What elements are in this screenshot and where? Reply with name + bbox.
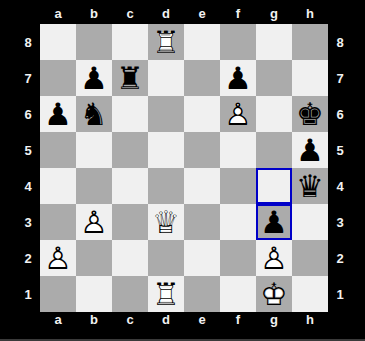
square-b4[interactable] bbox=[76, 168, 112, 204]
square-a4[interactable] bbox=[40, 168, 76, 204]
rank-label-left-3: 3 bbox=[20, 204, 36, 240]
piece-white-pawn[interactable]: ♙ bbox=[76, 204, 112, 240]
square-e7[interactable] bbox=[184, 60, 220, 96]
square-a1[interactable] bbox=[40, 276, 76, 312]
file-label-bottom-c: c bbox=[112, 311, 148, 327]
piece-black-king[interactable]: ♚ bbox=[292, 96, 328, 132]
square-g1[interactable]: ♚♔ bbox=[256, 276, 292, 312]
piece-black-queen[interactable]: ♛ bbox=[292, 168, 328, 204]
rank-label-left-1: 1 bbox=[20, 276, 36, 312]
rank-labels-right: 87654321 bbox=[332, 24, 348, 312]
square-f5[interactable] bbox=[220, 132, 256, 168]
square-a6[interactable]: ♟ bbox=[40, 96, 76, 132]
file-labels-bottom: abcdefgh bbox=[40, 311, 328, 327]
white-king-fill: ♚ bbox=[256, 276, 292, 312]
square-f2[interactable] bbox=[220, 240, 256, 276]
rank-label-left-8: 8 bbox=[20, 24, 36, 60]
file-label-bottom-d: d bbox=[148, 311, 184, 327]
rank-label-right-8: 8 bbox=[332, 24, 348, 60]
square-g6[interactable] bbox=[256, 96, 292, 132]
square-d2[interactable] bbox=[148, 240, 184, 276]
square-h5[interactable]: ♟ bbox=[292, 132, 328, 168]
square-a2[interactable]: ♟♙ bbox=[40, 240, 76, 276]
square-c8[interactable] bbox=[112, 24, 148, 60]
file-label-top-c: c bbox=[112, 5, 148, 21]
square-f7[interactable]: ♟ bbox=[220, 60, 256, 96]
square-f4[interactable] bbox=[220, 168, 256, 204]
file-label-bottom-g: g bbox=[256, 311, 292, 327]
file-label-top-b: b bbox=[76, 5, 112, 21]
file-label-bottom-e: e bbox=[184, 311, 220, 327]
chess-diagram: abcdefgh 87654321 87654321 ♜♖♟♜♟♟♞♟♙♚♟♛♟… bbox=[0, 0, 365, 341]
white-rook-fill: ♜ bbox=[148, 24, 184, 60]
square-e4[interactable] bbox=[184, 168, 220, 204]
square-g2[interactable]: ♟♙ bbox=[256, 240, 292, 276]
square-c1[interactable] bbox=[112, 276, 148, 312]
piece-black-rook[interactable]: ♜ bbox=[112, 60, 148, 96]
square-b1[interactable] bbox=[76, 276, 112, 312]
file-label-top-g: g bbox=[256, 5, 292, 21]
square-e2[interactable] bbox=[184, 240, 220, 276]
file-label-bottom-b: b bbox=[76, 311, 112, 327]
square-c6[interactable] bbox=[112, 96, 148, 132]
file-label-bottom-a: a bbox=[40, 311, 76, 327]
square-b7[interactable]: ♟ bbox=[76, 60, 112, 96]
square-c5[interactable] bbox=[112, 132, 148, 168]
white-pawn-fill: ♟ bbox=[220, 96, 256, 132]
file-label-top-d: d bbox=[148, 5, 184, 21]
rank-label-right-5: 5 bbox=[332, 132, 348, 168]
file-label-top-a: a bbox=[40, 5, 76, 21]
piece-white-pawn[interactable]: ♙ bbox=[220, 96, 256, 132]
file-labels-top: abcdefgh bbox=[40, 5, 328, 21]
file-label-bottom-f: f bbox=[220, 311, 256, 327]
rank-label-right-6: 6 bbox=[332, 96, 348, 132]
white-pawn-fill: ♟ bbox=[256, 240, 292, 276]
white-pawn-fill: ♟ bbox=[76, 204, 112, 240]
chess-board: ♜♖♟♜♟♟♞♟♙♚♟♛♟♙♛♕♟♟♙♟♙♜♖♚♔ bbox=[40, 24, 328, 312]
piece-white-king[interactable]: ♔ bbox=[256, 276, 292, 312]
white-pawn-fill: ♟ bbox=[40, 240, 76, 276]
rank-label-left-5: 5 bbox=[20, 132, 36, 168]
square-g7[interactable] bbox=[256, 60, 292, 96]
square-e5[interactable] bbox=[184, 132, 220, 168]
rank-labels-left: 87654321 bbox=[20, 24, 36, 312]
square-c3[interactable] bbox=[112, 204, 148, 240]
square-h1[interactable] bbox=[292, 276, 328, 312]
square-d6[interactable] bbox=[148, 96, 184, 132]
piece-black-pawn[interactable]: ♟ bbox=[40, 96, 76, 132]
rank-label-right-1: 1 bbox=[332, 276, 348, 312]
square-d3[interactable]: ♛♕ bbox=[148, 204, 184, 240]
square-b6[interactable]: ♞ bbox=[76, 96, 112, 132]
square-a8[interactable] bbox=[40, 24, 76, 60]
rank-label-right-7: 7 bbox=[332, 60, 348, 96]
piece-white-rook[interactable]: ♖ bbox=[148, 24, 184, 60]
square-d4[interactable] bbox=[148, 168, 184, 204]
white-queen-fill: ♛ bbox=[148, 204, 184, 240]
square-f1[interactable] bbox=[220, 276, 256, 312]
white-rook-fill: ♜ bbox=[148, 276, 184, 312]
square-g4[interactable] bbox=[256, 168, 292, 204]
piece-black-knight[interactable]: ♞ bbox=[76, 96, 112, 132]
rank-label-right-3: 3 bbox=[332, 204, 348, 240]
square-h4[interactable]: ♛ bbox=[292, 168, 328, 204]
piece-black-pawn[interactable]: ♟ bbox=[256, 204, 292, 240]
square-b2[interactable] bbox=[76, 240, 112, 276]
square-d7[interactable] bbox=[148, 60, 184, 96]
square-b5[interactable] bbox=[76, 132, 112, 168]
file-label-top-h: h bbox=[292, 5, 328, 21]
file-label-bottom-h: h bbox=[292, 311, 328, 327]
square-c7[interactable]: ♜ bbox=[112, 60, 148, 96]
piece-black-pawn[interactable]: ♟ bbox=[76, 60, 112, 96]
square-h6[interactable]: ♚ bbox=[292, 96, 328, 132]
rank-label-right-4: 4 bbox=[332, 168, 348, 204]
square-e3[interactable] bbox=[184, 204, 220, 240]
square-e8[interactable] bbox=[184, 24, 220, 60]
square-b8[interactable] bbox=[76, 24, 112, 60]
square-c4[interactable] bbox=[112, 168, 148, 204]
rank-label-left-7: 7 bbox=[20, 60, 36, 96]
square-h7[interactable] bbox=[292, 60, 328, 96]
square-c2[interactable] bbox=[112, 240, 148, 276]
piece-white-rook[interactable]: ♖ bbox=[148, 276, 184, 312]
square-a5[interactable] bbox=[40, 132, 76, 168]
square-e6[interactable] bbox=[184, 96, 220, 132]
square-g5[interactable] bbox=[256, 132, 292, 168]
square-h8[interactable] bbox=[292, 24, 328, 60]
rank-label-right-2: 2 bbox=[332, 240, 348, 276]
piece-white-queen[interactable]: ♕ bbox=[148, 204, 184, 240]
square-a3[interactable] bbox=[40, 204, 76, 240]
square-f3[interactable] bbox=[220, 204, 256, 240]
square-g8[interactable] bbox=[256, 24, 292, 60]
piece-black-pawn[interactable]: ♟ bbox=[220, 60, 256, 96]
square-d1[interactable]: ♜♖ bbox=[148, 276, 184, 312]
rank-label-left-4: 4 bbox=[20, 168, 36, 204]
piece-white-pawn[interactable]: ♙ bbox=[40, 240, 76, 276]
file-label-top-e: e bbox=[184, 5, 220, 21]
square-b3[interactable]: ♟♙ bbox=[76, 204, 112, 240]
rank-label-left-6: 6 bbox=[20, 96, 36, 132]
square-a7[interactable] bbox=[40, 60, 76, 96]
square-e1[interactable] bbox=[184, 276, 220, 312]
file-label-top-f: f bbox=[220, 5, 256, 21]
piece-black-pawn[interactable]: ♟ bbox=[292, 132, 328, 168]
rank-label-left-2: 2 bbox=[20, 240, 36, 276]
square-g3[interactable]: ♟ bbox=[256, 204, 292, 240]
square-f6[interactable]: ♟♙ bbox=[220, 96, 256, 132]
square-d5[interactable] bbox=[148, 132, 184, 168]
square-d8[interactable]: ♜♖ bbox=[148, 24, 184, 60]
piece-white-pawn[interactable]: ♙ bbox=[256, 240, 292, 276]
square-f8[interactable] bbox=[220, 24, 256, 60]
square-h2[interactable] bbox=[292, 240, 328, 276]
square-h3[interactable] bbox=[292, 204, 328, 240]
